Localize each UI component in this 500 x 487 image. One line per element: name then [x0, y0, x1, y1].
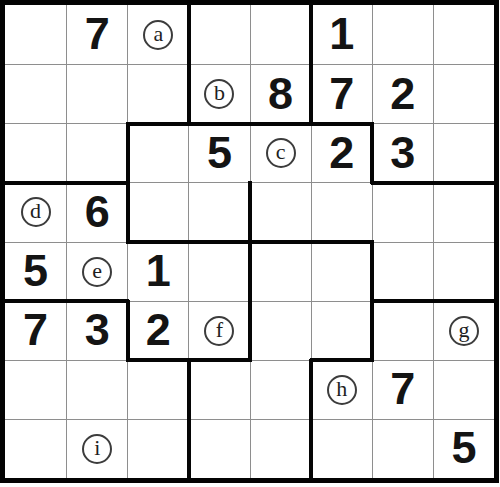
cell-r1c6[interactable]: 1	[311, 5, 372, 64]
cell-r4c1[interactable]: d	[5, 182, 66, 241]
cell-r2c7[interactable]: 2	[372, 64, 433, 123]
given-digit: 2	[146, 307, 171, 352]
cell-r1c4[interactable]	[188, 5, 249, 64]
circled-letter-d: d	[21, 197, 51, 227]
cell-r5c5[interactable]	[250, 242, 311, 301]
circled-letter-a: a	[143, 20, 173, 50]
cell-r6c5[interactable]	[250, 301, 311, 360]
cell-r5c4[interactable]	[188, 242, 249, 301]
cell-r7c1[interactable]	[5, 360, 66, 419]
cell-r8c6[interactable]	[311, 419, 372, 478]
cell-r5c8[interactable]	[433, 242, 494, 301]
cell-r7c8[interactable]	[433, 360, 494, 419]
given-digit: 1	[329, 11, 354, 56]
cell-r5c1[interactable]: 5	[5, 242, 66, 301]
cell-r4c5[interactable]	[250, 182, 311, 241]
given-digit: 8	[268, 71, 293, 116]
circled-letter-b: b	[204, 79, 234, 109]
cell-r2c1[interactable]	[5, 64, 66, 123]
circled-letter-i: i	[82, 434, 112, 464]
cell-r3c1[interactable]	[5, 123, 66, 182]
cell-r8c4[interactable]	[188, 419, 249, 478]
cell-r4c6[interactable]	[311, 182, 372, 241]
cell-r7c4[interactable]	[188, 360, 249, 419]
cell-r3c2[interactable]	[66, 123, 127, 182]
given-digit: 6	[85, 189, 110, 234]
cell-r3c8[interactable]	[433, 123, 494, 182]
cell-r4c4[interactable]	[188, 182, 249, 241]
circled-letter-h: h	[327, 375, 357, 405]
given-digit: 7	[329, 71, 354, 116]
cell-r2c5[interactable]: 8	[250, 64, 311, 123]
cell-r1c1[interactable]	[5, 5, 66, 64]
cell-r8c5[interactable]	[250, 419, 311, 478]
given-digit: 3	[390, 130, 415, 175]
cell-r5c7[interactable]	[372, 242, 433, 301]
cell-r6c8[interactable]: g	[433, 301, 494, 360]
cell-r4c2[interactable]: 6	[66, 182, 127, 241]
cell-r7c7[interactable]: 7	[372, 360, 433, 419]
cell-r6c6[interactable]	[311, 301, 372, 360]
given-digit: 5	[451, 425, 476, 470]
given-digit: 2	[329, 130, 354, 175]
cell-r3c7[interactable]: 3	[372, 123, 433, 182]
cell-r8c7[interactable]	[372, 419, 433, 478]
cell-r3c3[interactable]	[127, 123, 188, 182]
cell-r6c7[interactable]	[372, 301, 433, 360]
cell-r5c6[interactable]	[311, 242, 372, 301]
cell-r7c6[interactable]: h	[311, 360, 372, 419]
cell-r2c4[interactable]: b	[188, 64, 249, 123]
cell-r1c5[interactable]	[250, 5, 311, 64]
cell-r8c1[interactable]	[5, 419, 66, 478]
cell-r7c5[interactable]	[250, 360, 311, 419]
cell-r2c3[interactable]	[127, 64, 188, 123]
cell-r5c3[interactable]: 1	[127, 242, 188, 301]
cell-r8c8[interactable]: 5	[433, 419, 494, 478]
given-digit: 5	[23, 248, 48, 293]
cell-r2c6[interactable]: 7	[311, 64, 372, 123]
given-digit: 7	[23, 307, 48, 352]
cell-r6c4[interactable]: f	[188, 301, 249, 360]
cell-r2c8[interactable]	[433, 64, 494, 123]
cell-r1c8[interactable]	[433, 5, 494, 64]
cell-r7c2[interactable]	[66, 360, 127, 419]
cell-r3c5[interactable]: c	[250, 123, 311, 182]
cell-r5c2[interactable]: e	[66, 242, 127, 301]
given-digit: 7	[85, 11, 110, 56]
cell-r2c2[interactable]	[66, 64, 127, 123]
cell-r1c3[interactable]: a	[127, 5, 188, 64]
cell-r4c7[interactable]	[372, 182, 433, 241]
cell-r1c7[interactable]	[372, 5, 433, 64]
cell-r6c3[interactable]: 2	[127, 301, 188, 360]
sudoku-grid: 7a1b8725c23d65e1732fgh7i5	[5, 5, 494, 478]
puzzle-board: 7a1b8725c23d65e1732fgh7i5	[0, 0, 499, 483]
cell-r4c8[interactable]	[433, 182, 494, 241]
given-digit: 1	[146, 248, 171, 293]
cell-r6c1[interactable]: 7	[5, 301, 66, 360]
cell-r8c3[interactable]	[127, 419, 188, 478]
given-digit: 7	[390, 366, 415, 411]
cell-r8c2[interactable]: i	[66, 419, 127, 478]
cell-r7c3[interactable]	[127, 360, 188, 419]
given-digit: 5	[207, 130, 232, 175]
circled-letter-c: c	[266, 138, 296, 168]
circled-letter-g: g	[449, 316, 479, 346]
cell-r3c6[interactable]: 2	[311, 123, 372, 182]
circled-letter-f: f	[204, 316, 234, 346]
cell-r6c2[interactable]: 3	[66, 301, 127, 360]
cell-r1c2[interactable]: 7	[66, 5, 127, 64]
given-digit: 2	[390, 71, 415, 116]
cell-r4c3[interactable]	[127, 182, 188, 241]
cell-r3c4[interactable]: 5	[188, 123, 249, 182]
given-digit: 3	[85, 307, 110, 352]
circled-letter-e: e	[82, 257, 112, 287]
